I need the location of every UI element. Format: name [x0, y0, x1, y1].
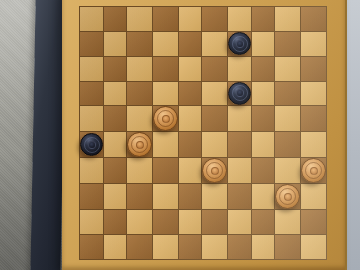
square-r8c4[interactable] [153, 184, 178, 209]
square-r10c3[interactable] [127, 235, 152, 259]
square-r6c5[interactable] [179, 132, 201, 157]
square-r2c5[interactable] [179, 32, 201, 56]
square-r1c1[interactable] [80, 7, 103, 31]
square-r9c8[interactable] [252, 210, 274, 234]
white-piece[interactable] [127, 132, 152, 157]
white-piece[interactable] [275, 184, 300, 209]
square-r3c8[interactable] [252, 57, 274, 81]
square-r4c5[interactable] [179, 82, 201, 106]
square-r3c6[interactable] [202, 57, 227, 81]
square-r5c7[interactable] [228, 106, 251, 131]
square-r10c4[interactable] [153, 235, 178, 259]
square-r5c1[interactable] [80, 106, 103, 131]
square-r9c7[interactable] [228, 210, 251, 234]
square-r9c1[interactable] [80, 210, 103, 234]
square-r4c3[interactable] [127, 82, 152, 106]
square-r9c9[interactable] [275, 210, 300, 234]
square-r8c8[interactable] [252, 184, 274, 209]
white-piece[interactable] [153, 106, 178, 131]
square-r10c6[interactable] [202, 235, 227, 259]
black-piece[interactable] [228, 32, 251, 55]
square-r1c10[interactable] [301, 7, 326, 31]
square-r9c3[interactable] [127, 210, 152, 234]
square-r3c2[interactable] [104, 57, 126, 81]
square-r7c9[interactable] [275, 158, 300, 183]
square-r7c6[interactable] [202, 158, 227, 183]
square-r10c2[interactable] [104, 235, 126, 259]
square-r2c10[interactable] [301, 32, 326, 56]
square-r1c7[interactable] [228, 7, 251, 31]
square-r9c6[interactable] [202, 210, 227, 234]
square-r1c9[interactable] [275, 7, 300, 31]
square-r3c4[interactable] [153, 57, 178, 81]
square-r8c6[interactable] [202, 184, 227, 209]
square-r2c4[interactable] [153, 32, 178, 56]
square-r2c9[interactable] [275, 32, 300, 56]
square-r10c10[interactable] [301, 235, 326, 259]
white-piece[interactable] [202, 158, 227, 183]
square-r7c8[interactable] [252, 158, 274, 183]
square-r3c5[interactable] [179, 57, 201, 81]
square-r2c6[interactable] [202, 32, 227, 56]
square-r2c1[interactable] [80, 32, 103, 56]
draughts-board-frame [62, 0, 347, 270]
square-r6c9[interactable] [275, 132, 300, 157]
square-r5c4[interactable] [153, 106, 178, 131]
square-r4c1[interactable] [80, 82, 103, 106]
square-r4c10[interactable] [301, 82, 326, 106]
square-r10c8[interactable] [252, 235, 274, 259]
square-r7c10[interactable] [301, 158, 326, 183]
square-r5c2[interactable] [104, 106, 126, 131]
square-r7c3[interactable] [127, 158, 152, 183]
board-box-edge [30, 0, 66, 270]
square-r8c7[interactable] [228, 184, 251, 209]
square-r2c3[interactable] [127, 32, 152, 56]
square-r4c7[interactable] [228, 82, 251, 106]
square-r9c2[interactable] [104, 210, 126, 234]
black-piece[interactable] [80, 133, 103, 156]
square-r4c6[interactable] [202, 82, 227, 106]
photo-scene [0, 0, 360, 270]
square-r6c4[interactable] [153, 132, 178, 157]
white-piece[interactable] [301, 158, 326, 183]
table-surface-right [345, 0, 360, 270]
square-r7c4[interactable] [153, 158, 178, 183]
square-r2c8[interactable] [252, 32, 274, 56]
square-r5c3[interactable] [127, 106, 152, 131]
square-r6c10[interactable] [301, 132, 326, 157]
square-r7c5[interactable] [179, 158, 201, 183]
square-r2c7[interactable] [228, 32, 251, 56]
square-r1c8[interactable] [252, 7, 274, 31]
square-r8c9[interactable] [275, 184, 300, 209]
square-r8c2[interactable] [104, 184, 126, 209]
square-r8c5[interactable] [179, 184, 201, 209]
square-r1c3[interactable] [127, 7, 152, 31]
square-r4c4[interactable] [153, 82, 178, 106]
square-r10c7[interactable] [228, 235, 251, 259]
square-r2c2[interactable] [104, 32, 126, 56]
square-r8c1[interactable] [80, 184, 103, 209]
square-r6c8[interactable] [252, 132, 274, 157]
square-r5c8[interactable] [252, 106, 274, 131]
square-r10c9[interactable] [275, 235, 300, 259]
square-r6c6[interactable] [202, 132, 227, 157]
square-r6c7[interactable] [228, 132, 251, 157]
square-r1c5[interactable] [179, 7, 201, 31]
square-r6c3[interactable] [127, 132, 152, 157]
square-r4c9[interactable] [275, 82, 300, 106]
square-r1c6[interactable] [202, 7, 227, 31]
square-r9c4[interactable] [153, 210, 178, 234]
square-r10c5[interactable] [179, 235, 201, 259]
square-r1c2[interactable] [104, 7, 126, 31]
square-r7c7[interactable] [228, 158, 251, 183]
square-r5c9[interactable] [275, 106, 300, 131]
square-r3c1[interactable] [80, 57, 103, 81]
square-r1c4[interactable] [153, 7, 178, 31]
square-r4c2[interactable] [104, 82, 126, 106]
square-r9c5[interactable] [179, 210, 201, 234]
square-r8c10[interactable] [301, 184, 326, 209]
square-r7c1[interactable] [80, 158, 103, 183]
square-r9c10[interactable] [301, 210, 326, 234]
black-piece[interactable] [228, 82, 251, 105]
square-r7c2[interactable] [104, 158, 126, 183]
square-r3c9[interactable] [275, 57, 300, 81]
square-r10c1[interactable] [80, 235, 103, 259]
square-r3c3[interactable] [127, 57, 152, 81]
square-r6c2[interactable] [104, 132, 126, 157]
square-r5c5[interactable] [179, 106, 201, 131]
square-r5c10[interactable] [301, 106, 326, 131]
square-r6c1[interactable] [80, 132, 103, 157]
square-r3c10[interactable] [301, 57, 326, 81]
board-grid[interactable] [79, 6, 327, 260]
square-r5c6[interactable] [202, 106, 227, 131]
square-r4c8[interactable] [252, 82, 274, 106]
square-r8c3[interactable] [127, 184, 152, 209]
square-r3c7[interactable] [228, 57, 251, 81]
